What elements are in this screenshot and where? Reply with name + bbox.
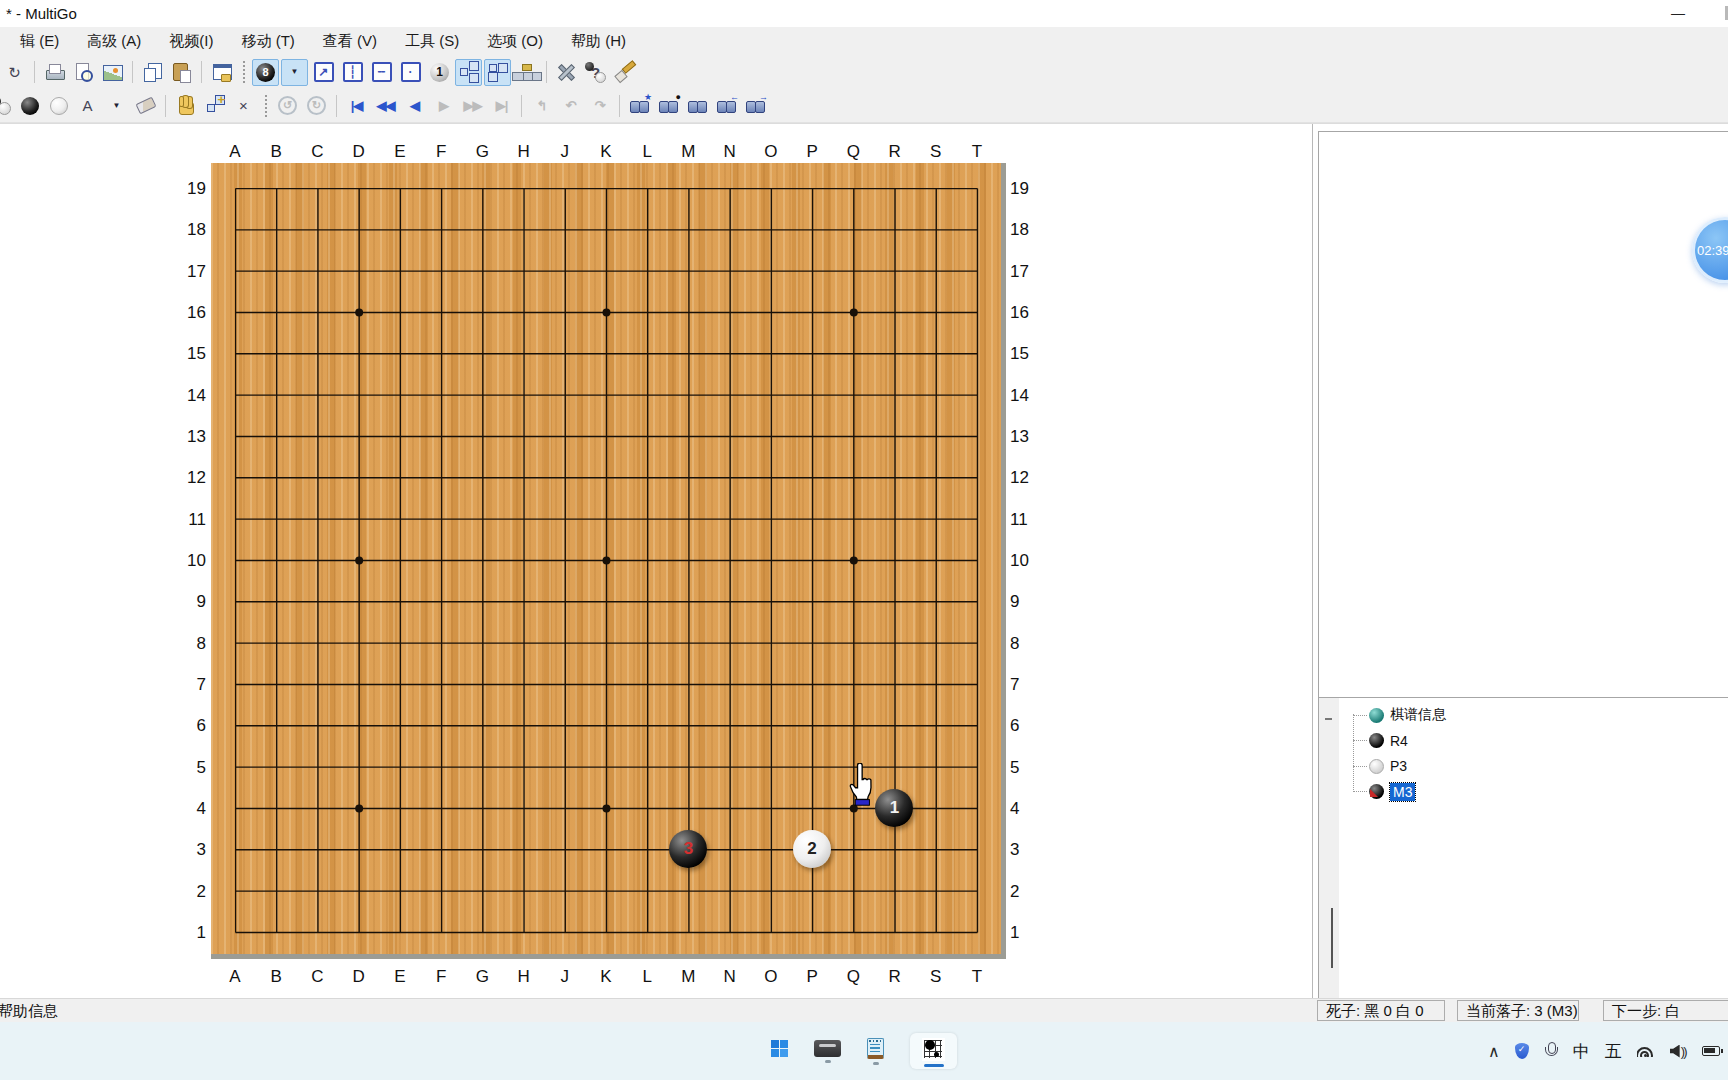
tools-button[interactable] bbox=[553, 59, 580, 86]
tray-security-shield-icon[interactable] bbox=[1515, 1043, 1529, 1059]
tray-wifi-icon[interactable] bbox=[1637, 1045, 1655, 1057]
toolbar-sep bbox=[201, 61, 202, 83]
parent-variation-button[interactable]: ↰ bbox=[528, 92, 555, 119]
menu-item-4[interactable]: 查看 (V) bbox=[309, 29, 391, 54]
white-stone-tool[interactable] bbox=[45, 92, 72, 119]
game-info-button[interactable] bbox=[208, 59, 235, 86]
pan-tool[interactable] bbox=[172, 92, 199, 119]
title-bar: * - MultiGo — bbox=[0, 0, 1728, 27]
panel-divider[interactable] bbox=[1312, 124, 1313, 999]
windows-logo-icon bbox=[771, 1040, 788, 1057]
multigo-icon bbox=[922, 1038, 945, 1061]
tree-stone-icon bbox=[1369, 784, 1384, 799]
tree-item-P3[interactable]: P3 bbox=[1353, 755, 1407, 777]
toolbar-grip bbox=[262, 95, 269, 117]
tree-view-button[interactable] bbox=[513, 59, 540, 86]
tree-scrollbar[interactable] bbox=[1331, 908, 1333, 968]
first-move-button[interactable]: |◀ bbox=[343, 92, 370, 119]
tree-item-棋谱信息[interactable]: 棋谱信息 bbox=[1353, 704, 1446, 726]
find-previous-button[interactable]: ← bbox=[713, 92, 740, 119]
toolbar-sep bbox=[336, 95, 337, 117]
reload-doc-button[interactable]: ↻ bbox=[1, 59, 28, 86]
toolbar-sep bbox=[546, 61, 547, 83]
stone-black-M3[interactable]: 3 bbox=[669, 830, 707, 868]
tray-speaker-icon[interactable] bbox=[1670, 1044, 1687, 1059]
multigo-window: * - MultiGo — 辑 (E)高级 (A)视频(I)移动 (T)查看 (… bbox=[0, 0, 1728, 1080]
previous-move-button[interactable]: ◀ bbox=[401, 92, 428, 119]
eraser-tool[interactable] bbox=[132, 92, 159, 119]
tree-item-label: 棋谱信息 bbox=[1390, 706, 1446, 724]
goto-move-button[interactable]: ↗ bbox=[310, 59, 337, 86]
status-next-move: 下一步: 白 bbox=[1603, 1000, 1728, 1021]
insert-move-button[interactable] bbox=[201, 92, 228, 119]
toolbar-sep bbox=[165, 95, 166, 117]
rotate-right-button[interactable]: ↻ bbox=[303, 92, 330, 119]
move-numbers-dropdown[interactable]: ▼ bbox=[281, 59, 308, 86]
status-help-text: 帮助信息 bbox=[0, 1002, 58, 1021]
toolbar-grip bbox=[240, 61, 247, 83]
tree-item-R4[interactable]: R4 bbox=[1353, 730, 1408, 752]
stone-black-R4[interactable]: 1 bbox=[875, 789, 913, 827]
tree-item-M3[interactable]: M3 bbox=[1353, 781, 1415, 803]
tray-ime-method[interactable]: 五 bbox=[1605, 1040, 1622, 1063]
label-tool[interactable]: A bbox=[74, 92, 101, 119]
status-current-move: 当前落子: 3 (M3) bbox=[1457, 1000, 1579, 1021]
tray-battery-icon[interactable] bbox=[1702, 1046, 1720, 1056]
fast-forward-button[interactable]: ▶▶ bbox=[459, 92, 486, 119]
taskbar-device-app[interactable] bbox=[814, 1040, 841, 1063]
tree-compact-button[interactable] bbox=[484, 59, 511, 86]
recorder-time: 02:39 bbox=[1695, 243, 1728, 258]
hand-cursor bbox=[845, 763, 878, 809]
board-grid[interactable]: 123 bbox=[214, 167, 997, 952]
device-icon bbox=[814, 1040, 841, 1057]
print-preview-button[interactable] bbox=[70, 59, 97, 86]
tray-ime-mode[interactable]: 中 bbox=[1573, 1040, 1590, 1063]
help-button[interactable]: ? bbox=[582, 59, 609, 86]
taskbar-multigo-app[interactable] bbox=[910, 1033, 957, 1069]
export-image-button[interactable] bbox=[99, 59, 126, 86]
tree-collapse-toggle[interactable] bbox=[1325, 718, 1332, 720]
find-label-button[interactable]: ★ bbox=[626, 92, 653, 119]
delete-move-button[interactable]: × bbox=[230, 92, 257, 119]
show-move-numbers-button[interactable]: 8 bbox=[252, 59, 279, 86]
menu-item-7[interactable]: 帮助 (H) bbox=[557, 29, 640, 54]
menu-item-1[interactable]: 高级 (A) bbox=[73, 29, 155, 54]
window-title: * - MultiGo bbox=[6, 5, 77, 22]
menu-item-6[interactable]: 选项 (O) bbox=[473, 29, 557, 54]
taskbar-notepad-app[interactable] bbox=[867, 1038, 884, 1065]
tree-layout-button[interactable] bbox=[455, 59, 482, 86]
show-variations-button[interactable]: ┆ bbox=[339, 59, 366, 86]
tree-stone-icon bbox=[1369, 759, 1384, 774]
find-next-button[interactable]: → bbox=[742, 92, 769, 119]
last-move-button[interactable]: ▶| bbox=[488, 92, 515, 119]
tree-item-label: P3 bbox=[1390, 758, 1407, 774]
toolbar-sep bbox=[521, 95, 522, 117]
print-button[interactable] bbox=[41, 59, 68, 86]
empty-toggle-button[interactable]: · bbox=[397, 59, 424, 86]
notepad-icon bbox=[867, 1038, 884, 1059]
toolbar-edit: A▼×↺↻|◀◀◀◀▶▶▶▶|↰↶↷★●←→ bbox=[0, 89, 1728, 123]
toolbar-sep bbox=[34, 61, 35, 83]
menu-bar: 辑 (E)高级 (A)视频(I)移动 (T)查看 (V)工具 (S)选项 (O)… bbox=[0, 27, 1728, 55]
show-node-marks-button[interactable]: ╌ bbox=[368, 59, 395, 86]
label-dropdown[interactable]: ▼ bbox=[103, 92, 130, 119]
tray-microphone-icon[interactable] bbox=[1544, 1042, 1558, 1060]
main-area: 123 ABCDEFGHJKLMNOPQRST ABCDEFGHJKLMNOPQ… bbox=[0, 123, 1728, 998]
minimize-button[interactable]: — bbox=[1664, 3, 1692, 23]
status-captures: 死子: 黑 0 白 0 bbox=[1317, 1000, 1445, 1021]
menu-item-5[interactable]: 工具 (S) bbox=[391, 29, 473, 54]
toolbar-sep bbox=[619, 95, 620, 117]
toolbar-main: ↻8▼↗┆╌·1? bbox=[0, 55, 1728, 89]
find-stone-button[interactable]: ● bbox=[655, 92, 682, 119]
tree-item-label: M3 bbox=[1390, 783, 1415, 801]
move-number-style-button[interactable]: 1 bbox=[426, 59, 453, 86]
menu-item-3[interactable]: 移动 (T) bbox=[228, 29, 309, 54]
alternate-move-tool[interactable] bbox=[0, 92, 14, 119]
next-variation-button[interactable]: ↷ bbox=[586, 92, 613, 119]
taskbar: ∧ 中 五 bbox=[0, 1022, 1728, 1080]
stone-white-P3[interactable]: 2 bbox=[793, 830, 831, 868]
menu-item-0[interactable]: 辑 (E) bbox=[6, 29, 73, 54]
brush-button[interactable] bbox=[611, 59, 638, 86]
tree-item-label: R4 bbox=[1390, 733, 1408, 749]
next-move-button[interactable]: ▶ bbox=[430, 92, 457, 119]
menu-item-2[interactable]: 视频(I) bbox=[155, 29, 227, 54]
paste-button[interactable] bbox=[168, 59, 195, 86]
tray-chevron-up-icon[interactable]: ∧ bbox=[1488, 1042, 1500, 1061]
game-tree-panel: 棋谱信息R4P3M3 bbox=[1318, 697, 1728, 999]
board-canvas: 123 ABCDEFGHJKLMNOPQRST ABCDEFGHJKLMNOPQ… bbox=[0, 124, 1312, 999]
tree-gutter bbox=[1319, 698, 1339, 998]
rotate-left-button[interactable]: ↺ bbox=[274, 92, 301, 119]
find-button[interactable] bbox=[684, 92, 711, 119]
black-stone-tool[interactable] bbox=[16, 92, 43, 119]
toolbar-sep bbox=[132, 61, 133, 83]
previous-variation-button[interactable]: ↶ bbox=[557, 92, 584, 119]
fast-rewind-button[interactable]: ◀◀ bbox=[372, 92, 399, 119]
tree-stone-icon bbox=[1369, 733, 1384, 748]
status-bar: 帮助信息 死子: 黑 0 白 0 当前落子: 3 (M3) 下一步: 白 bbox=[0, 998, 1728, 1022]
tree-stone-icon bbox=[1369, 708, 1384, 723]
start-button[interactable] bbox=[771, 1040, 788, 1063]
copy-button[interactable] bbox=[139, 59, 166, 86]
